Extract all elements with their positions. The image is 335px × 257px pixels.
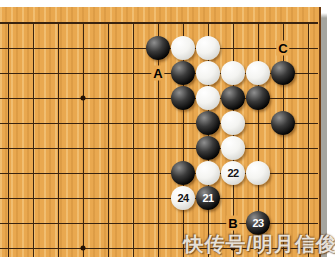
white-stone[interactable] xyxy=(246,61,270,85)
go-board[interactable]: ABC21222324 xyxy=(0,7,321,257)
black-stone[interactable] xyxy=(246,86,270,110)
white-stone[interactable] xyxy=(221,111,245,135)
black-stone[interactable] xyxy=(196,111,220,135)
white-stone[interactable] xyxy=(196,86,220,110)
white-stone[interactable] xyxy=(221,136,245,160)
point-label-B: B xyxy=(226,216,239,231)
white-stone[interactable] xyxy=(196,61,220,85)
move-number-23: 23 xyxy=(252,218,263,229)
white-stone[interactable] xyxy=(196,36,220,60)
white-stone[interactable] xyxy=(246,161,270,185)
go-diagram-screenshot: ABC21222324 快传号/明月信俊 xyxy=(0,0,335,257)
board-top-edge-line xyxy=(0,22,318,24)
black-stone[interactable] xyxy=(171,86,195,110)
white-stone[interactable] xyxy=(221,61,245,85)
watermark-text: 快传号/明月信俊 xyxy=(183,231,335,257)
black-stone[interactable] xyxy=(196,136,220,160)
star-point xyxy=(81,246,86,251)
star-point xyxy=(81,96,86,101)
black-stone[interactable] xyxy=(271,111,295,135)
move-number-24: 24 xyxy=(177,193,188,204)
point-label-A: A xyxy=(151,66,164,81)
point-label-C: C xyxy=(276,41,289,56)
board-drop-shadow xyxy=(321,13,327,257)
white-stone[interactable] xyxy=(171,36,195,60)
black-stone[interactable] xyxy=(171,61,195,85)
move-number-22: 22 xyxy=(227,168,238,179)
black-stone[interactable] xyxy=(271,61,295,85)
black-stone[interactable] xyxy=(171,161,195,185)
black-stone[interactable] xyxy=(146,36,170,60)
black-stone[interactable] xyxy=(221,86,245,110)
move-number-21: 21 xyxy=(202,193,213,204)
white-stone[interactable] xyxy=(196,161,220,185)
